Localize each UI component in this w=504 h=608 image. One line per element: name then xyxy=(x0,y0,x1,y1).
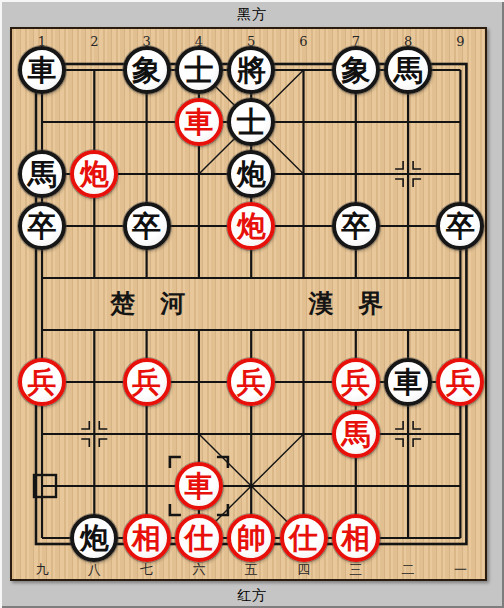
piece-red-elephant[interactable]: 相 xyxy=(123,514,171,562)
piece-glyph: 士 xyxy=(237,108,266,137)
piece-glyph: 仕 xyxy=(289,524,318,553)
file-label-bottom-7: 三 xyxy=(349,563,362,576)
piece-red-advisor[interactable]: 仕 xyxy=(280,514,328,562)
xiangqi-board[interactable]: 123456789九八七六五四三二一楚 河漢 界車象士將象馬車士馬炮炮卒卒炮卒卒… xyxy=(10,27,487,581)
file-label-bottom-9: 一 xyxy=(454,563,467,576)
file-label-top-6: 6 xyxy=(299,35,307,48)
piece-glyph: 卒 xyxy=(28,212,57,241)
piece-black-general[interactable]: 將 xyxy=(227,46,275,94)
piece-glyph: 炮 xyxy=(80,524,109,553)
piece-black-cannon[interactable]: 炮 xyxy=(227,150,275,198)
piece-glyph: 車 xyxy=(184,108,213,137)
piece-black-horse[interactable]: 馬 xyxy=(384,46,432,94)
black-side-title: 黑方 xyxy=(0,6,504,24)
piece-red-soldier[interactable]: 兵 xyxy=(18,358,66,406)
piece-glyph: 將 xyxy=(237,56,266,85)
file-label-top-9: 9 xyxy=(456,35,464,48)
piece-glyph: 兵 xyxy=(237,368,266,397)
piece-glyph: 士 xyxy=(184,56,213,85)
piece-glyph: 炮 xyxy=(237,212,266,241)
piece-glyph: 車 xyxy=(28,56,57,85)
piece-black-advisor[interactable]: 士 xyxy=(175,46,223,94)
piece-red-elephant[interactable]: 相 xyxy=(332,514,380,562)
piece-glyph: 馬 xyxy=(341,420,370,449)
piece-black-cannon[interactable]: 炮 xyxy=(70,514,118,562)
river-text-right: 漢 界 xyxy=(308,287,391,320)
red-side-title: 红方 xyxy=(0,587,504,605)
piece-glyph: 象 xyxy=(132,56,161,85)
piece-black-soldier[interactable]: 卒 xyxy=(123,202,171,250)
piece-black-soldier[interactable]: 卒 xyxy=(332,202,380,250)
piece-glyph: 卒 xyxy=(132,212,161,241)
piece-glyph: 相 xyxy=(132,524,161,553)
piece-red-cannon[interactable]: 炮 xyxy=(227,202,275,250)
piece-red-soldier[interactable]: 兵 xyxy=(123,358,171,406)
piece-glyph: 仕 xyxy=(184,524,213,553)
piece-red-chariot[interactable]: 車 xyxy=(175,98,223,146)
file-label-bottom-4: 六 xyxy=(192,563,205,576)
piece-black-horse[interactable]: 馬 xyxy=(18,150,66,198)
board-surface[interactable]: 123456789九八七六五四三二一楚 河漢 界車象士將象馬車士馬炮炮卒卒炮卒卒… xyxy=(12,29,485,579)
piece-red-advisor[interactable]: 仕 xyxy=(175,514,223,562)
piece-glyph: 車 xyxy=(184,472,213,501)
file-label-bottom-1: 九 xyxy=(36,563,49,576)
piece-black-chariot[interactable]: 車 xyxy=(18,46,66,94)
piece-glyph: 馬 xyxy=(394,56,423,85)
piece-glyph: 兵 xyxy=(132,368,161,397)
piece-glyph: 相 xyxy=(341,524,370,553)
piece-red-chariot[interactable]: 車 xyxy=(175,462,223,510)
piece-red-cannon[interactable]: 炮 xyxy=(70,150,118,198)
file-label-bottom-8: 二 xyxy=(402,563,415,576)
piece-glyph: 炮 xyxy=(80,160,109,189)
piece-red-horse[interactable]: 馬 xyxy=(332,410,380,458)
file-label-bottom-3: 七 xyxy=(140,563,153,576)
piece-glyph: 馬 xyxy=(28,160,57,189)
river-text-left: 楚 河 xyxy=(110,287,193,320)
piece-glyph: 帥 xyxy=(237,524,266,553)
file-label-bottom-2: 八 xyxy=(88,563,101,576)
piece-glyph: 卒 xyxy=(341,212,370,241)
piece-red-soldier[interactable]: 兵 xyxy=(332,358,380,406)
piece-glyph: 象 xyxy=(341,56,370,85)
piece-black-advisor[interactable]: 士 xyxy=(227,98,275,146)
piece-red-soldier[interactable]: 兵 xyxy=(227,358,275,406)
piece-glyph: 兵 xyxy=(446,368,475,397)
piece-glyph: 兵 xyxy=(28,368,57,397)
file-label-bottom-5: 五 xyxy=(245,563,258,576)
piece-red-general[interactable]: 帥 xyxy=(227,514,275,562)
piece-glyph: 車 xyxy=(394,368,423,397)
piece-black-soldier[interactable]: 卒 xyxy=(18,202,66,250)
piece-black-elephant[interactable]: 象 xyxy=(123,46,171,94)
app-window: 黑方 123456789九八七六五四三二一楚 河漢 界車象士將象馬車士馬炮炮卒卒… xyxy=(0,0,504,608)
piece-glyph: 兵 xyxy=(341,368,370,397)
piece-black-elephant[interactable]: 象 xyxy=(332,46,380,94)
piece-glyph: 卒 xyxy=(446,212,475,241)
file-label-bottom-6: 四 xyxy=(297,563,310,576)
piece-black-chariot[interactable]: 車 xyxy=(384,358,432,406)
piece-glyph: 炮 xyxy=(237,160,266,189)
file-label-top-2: 2 xyxy=(90,35,98,48)
